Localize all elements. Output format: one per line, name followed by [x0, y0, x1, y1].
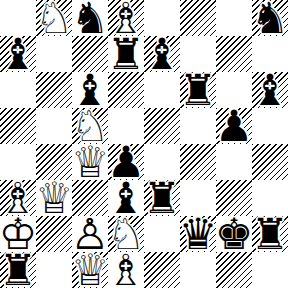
square-a2[interactable]: ♚♔ [0, 216, 36, 252]
piece-white-knight[interactable]: ♞♘ [108, 216, 144, 252]
square-a1[interactable]: ♜ [0, 252, 36, 288]
piece-white-knight[interactable]: ♞♘ [36, 0, 72, 36]
square-f2[interactable]: ♛ [180, 216, 216, 252]
piece-black-rook[interactable]: ♜ [108, 36, 144, 72]
square-g4[interactable] [216, 144, 252, 180]
piece-black-bishop[interactable]: ♝ [144, 36, 180, 72]
square-h8[interactable]: ♞ [252, 0, 288, 36]
square-f6[interactable]: ♜ [180, 72, 216, 108]
square-f5[interactable] [180, 108, 216, 144]
piece-white-bishop[interactable]: ♝♗ [108, 252, 144, 288]
square-e3[interactable]: ♜ [144, 180, 180, 216]
square-a8[interactable] [0, 0, 36, 36]
white-knight-glyph: ♘ [36, 0, 72, 36]
piece-black-pawn[interactable]: ♟ [108, 144, 144, 180]
white-queen-glyph: ♕ [36, 180, 72, 216]
piece-black-queen[interactable]: ♛ [180, 216, 216, 252]
black-pawn-glyph: ♟ [216, 108, 252, 144]
black-pawn-glyph: ♟ [108, 144, 144, 180]
square-a3[interactable]: ♝♗ [0, 180, 36, 216]
square-a6[interactable] [0, 72, 36, 108]
square-g6[interactable] [216, 72, 252, 108]
piece-black-bishop[interactable]: ♝ [0, 36, 36, 72]
square-e7[interactable]: ♝ [144, 36, 180, 72]
piece-white-queen[interactable]: ♛♕ [72, 144, 108, 180]
black-rook-glyph: ♜ [180, 72, 216, 108]
white-king-glyph: ♔ [0, 216, 36, 252]
white-knight-glyph: ♘ [72, 108, 108, 144]
piece-black-rook[interactable]: ♜ [252, 216, 288, 252]
piece-white-king[interactable]: ♚♔ [0, 216, 36, 252]
square-c1[interactable]: ♛♕ [72, 252, 108, 288]
square-g1[interactable] [216, 252, 252, 288]
black-rook-glyph: ♜ [0, 252, 36, 288]
square-h7[interactable] [252, 36, 288, 72]
piece-white-pawn[interactable]: ♟♙ [72, 216, 108, 252]
black-knight-glyph: ♞ [72, 0, 108, 36]
white-bishop-glyph: ♗ [108, 252, 144, 288]
white-knight-glyph: ♘ [108, 216, 144, 252]
black-knight-glyph: ♞ [252, 0, 288, 36]
black-bishop-glyph: ♝ [144, 36, 180, 72]
square-g7[interactable] [216, 36, 252, 72]
square-h1[interactable] [252, 252, 288, 288]
piece-white-queen[interactable]: ♛♕ [36, 180, 72, 216]
black-king-glyph: ♚ [216, 216, 252, 252]
square-c7[interactable] [72, 36, 108, 72]
piece-black-bishop[interactable]: ♝ [72, 72, 108, 108]
square-d6[interactable] [108, 72, 144, 108]
piece-black-bishop[interactable]: ♝ [252, 72, 288, 108]
square-a4[interactable] [0, 144, 36, 180]
square-e6[interactable] [144, 72, 180, 108]
square-h4[interactable] [252, 144, 288, 180]
square-d1[interactable]: ♝♗ [108, 252, 144, 288]
piece-black-bishop[interactable]: ♝ [108, 180, 144, 216]
chessboard: ♞♘♞♝♗♞♝♜♝♝♜♝♞♘♟♛♕♟♝♗♛♕♝♜♚♔♟♙♞♘♛♚♜♜♛♕♝♗ [0, 0, 288, 288]
square-c2[interactable]: ♟♙ [72, 216, 108, 252]
piece-black-rook[interactable]: ♜ [180, 72, 216, 108]
square-e8[interactable] [144, 0, 180, 36]
square-b5[interactable] [36, 108, 72, 144]
piece-white-queen[interactable]: ♛♕ [72, 252, 108, 288]
square-a5[interactable] [0, 108, 36, 144]
square-e2[interactable] [144, 216, 180, 252]
square-c4[interactable]: ♛♕ [72, 144, 108, 180]
square-d3[interactable]: ♝ [108, 180, 144, 216]
piece-white-knight[interactable]: ♞♘ [72, 108, 108, 144]
piece-black-king[interactable]: ♚ [216, 216, 252, 252]
black-bishop-glyph: ♝ [72, 72, 108, 108]
square-f7[interactable] [180, 36, 216, 72]
square-d5[interactable] [108, 108, 144, 144]
black-bishop-glyph: ♝ [0, 36, 36, 72]
black-bishop-glyph: ♝ [108, 180, 144, 216]
square-g5[interactable]: ♟ [216, 108, 252, 144]
white-queen-glyph: ♕ [72, 144, 108, 180]
square-h5[interactable] [252, 108, 288, 144]
square-d4[interactable]: ♟ [108, 144, 144, 180]
square-e1[interactable] [144, 252, 180, 288]
square-f4[interactable] [180, 144, 216, 180]
piece-white-bishop[interactable]: ♝♗ [108, 0, 144, 36]
black-rook-glyph: ♜ [108, 36, 144, 72]
square-c8[interactable]: ♞ [72, 0, 108, 36]
piece-black-knight[interactable]: ♞ [252, 0, 288, 36]
piece-black-knight[interactable]: ♞ [72, 0, 108, 36]
white-pawn-glyph: ♙ [72, 216, 108, 252]
square-h2[interactable]: ♜ [252, 216, 288, 252]
square-b1[interactable] [36, 252, 72, 288]
square-e5[interactable] [144, 108, 180, 144]
square-b4[interactable] [36, 144, 72, 180]
square-d8[interactable]: ♝♗ [108, 0, 144, 36]
black-rook-glyph: ♜ [144, 180, 180, 216]
white-bishop-glyph: ♗ [0, 180, 36, 216]
square-b6[interactable] [36, 72, 72, 108]
black-rook-glyph: ♜ [252, 216, 288, 252]
white-queen-glyph: ♕ [72, 252, 108, 288]
square-c6[interactable]: ♝ [72, 72, 108, 108]
square-d2[interactable]: ♞♘ [108, 216, 144, 252]
piece-white-bishop[interactable]: ♝♗ [0, 180, 36, 216]
square-f3[interactable] [180, 180, 216, 216]
square-f1[interactable] [180, 252, 216, 288]
piece-black-rook[interactable]: ♜ [0, 252, 36, 288]
square-a7[interactable]: ♝ [0, 36, 36, 72]
piece-black-pawn[interactable]: ♟ [216, 108, 252, 144]
square-g2[interactable]: ♚ [216, 216, 252, 252]
square-g3[interactable] [216, 180, 252, 216]
square-b8[interactable]: ♞♘ [36, 0, 72, 36]
square-b2[interactable] [36, 216, 72, 252]
white-bishop-glyph: ♗ [108, 0, 144, 36]
square-c5[interactable]: ♞♘ [72, 108, 108, 144]
square-g8[interactable] [216, 0, 252, 36]
piece-black-rook[interactable]: ♜ [144, 180, 180, 216]
square-h3[interactable] [252, 180, 288, 216]
black-bishop-glyph: ♝ [252, 72, 288, 108]
square-c3[interactable] [72, 180, 108, 216]
square-h6[interactable]: ♝ [252, 72, 288, 108]
square-d7[interactable]: ♜ [108, 36, 144, 72]
black-queen-glyph: ♛ [180, 216, 216, 252]
square-b7[interactable] [36, 36, 72, 72]
square-b3[interactable]: ♛♕ [36, 180, 72, 216]
square-f8[interactable] [180, 0, 216, 36]
square-e4[interactable] [144, 144, 180, 180]
